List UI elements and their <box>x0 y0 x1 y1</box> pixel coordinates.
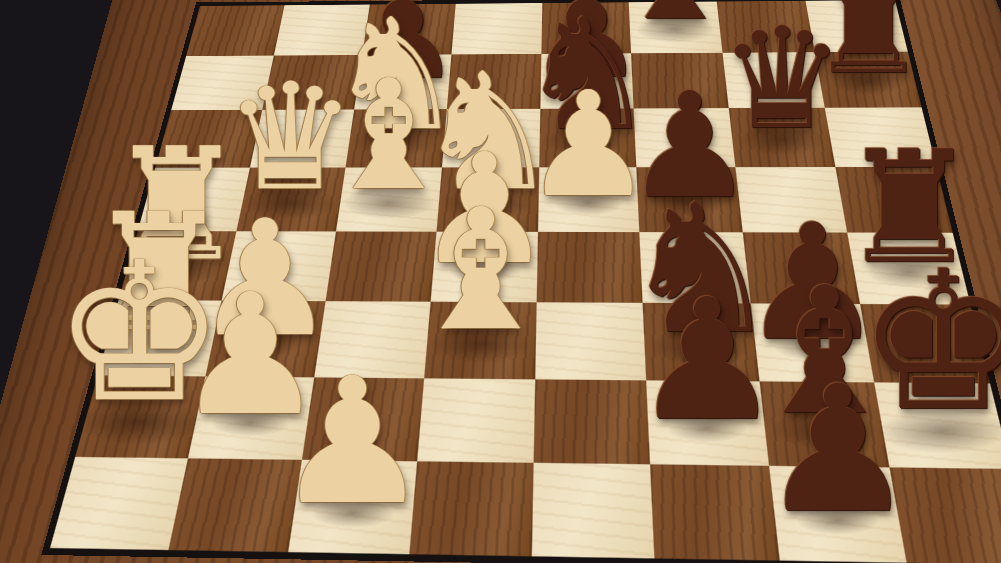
square-h1[interactable] <box>50 457 188 550</box>
piece-bP-h7[interactable]: ♟ <box>760 363 917 538</box>
piece-wB-f4[interactable]: ♝ <box>405 187 555 355</box>
square-a1[interactable] <box>186 5 284 56</box>
chessboard-photo-stage: ♝♟♟♜♞♞♛♛♝♞♟♟♜♟♜♜♟♝♞♟♚♟♟♝♚♟♟ <box>0 0 1001 563</box>
piece-wP-h3[interactable]: ♟ <box>274 355 431 530</box>
square-g4[interactable] <box>417 378 535 463</box>
square-h5[interactable] <box>531 463 655 558</box>
